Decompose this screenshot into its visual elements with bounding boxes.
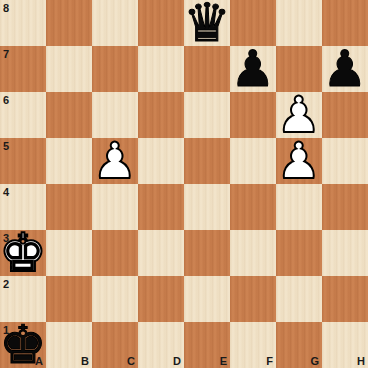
square-g4[interactable] <box>276 184 322 230</box>
square-b5[interactable] <box>46 138 92 184</box>
square-b3[interactable] <box>46 230 92 276</box>
square-h1[interactable]: H <box>322 322 368 368</box>
square-a3[interactable]: ♚3 <box>0 230 46 276</box>
square-a7[interactable]: 7 <box>0 46 46 92</box>
square-h2[interactable] <box>322 276 368 322</box>
square-f4[interactable] <box>230 184 276 230</box>
square-h6[interactable] <box>322 92 368 138</box>
square-d2[interactable] <box>138 276 184 322</box>
square-g2[interactable] <box>276 276 322 322</box>
square-a6[interactable]: 6 <box>0 92 46 138</box>
square-e1[interactable]: E <box>184 322 230 368</box>
rank-label-5: 5 <box>3 140 9 152</box>
square-g5[interactable]: ♟ <box>276 138 322 184</box>
piece-black-queen[interactable]: ♛ <box>183 0 231 46</box>
piece-white-pawn[interactable]: ♟ <box>277 138 322 184</box>
square-e3[interactable] <box>184 230 230 276</box>
square-b8[interactable] <box>46 0 92 46</box>
square-d6[interactable] <box>138 92 184 138</box>
square-e8[interactable]: ♛ <box>184 0 230 46</box>
rank-label-7: 7 <box>3 48 9 60</box>
square-f7[interactable]: ♟ <box>230 46 276 92</box>
square-h7[interactable]: ♟ <box>322 46 368 92</box>
file-label-f: F <box>266 355 273 367</box>
square-b2[interactable] <box>46 276 92 322</box>
square-c1[interactable]: C <box>92 322 138 368</box>
square-d1[interactable]: D <box>138 322 184 368</box>
square-h5[interactable] <box>322 138 368 184</box>
square-e6[interactable] <box>184 92 230 138</box>
square-g3[interactable] <box>276 230 322 276</box>
square-b1[interactable]: B <box>46 322 92 368</box>
square-b7[interactable] <box>46 46 92 92</box>
square-f6[interactable] <box>230 92 276 138</box>
file-label-b: B <box>81 355 89 367</box>
square-c2[interactable] <box>92 276 138 322</box>
square-c4[interactable] <box>92 184 138 230</box>
square-e2[interactable] <box>184 276 230 322</box>
square-d7[interactable] <box>138 46 184 92</box>
square-f2[interactable] <box>230 276 276 322</box>
square-a1[interactable]: ♚1A <box>0 322 46 368</box>
piece-black-pawn[interactable]: ♟ <box>323 46 368 92</box>
square-g8[interactable] <box>276 0 322 46</box>
square-c5[interactable]: ♟ <box>92 138 138 184</box>
piece-white-pawn[interactable]: ♟ <box>93 138 138 184</box>
piece-white-king[interactable]: ♚ <box>0 230 47 276</box>
file-label-d: D <box>173 355 181 367</box>
rank-label-4: 4 <box>3 186 9 198</box>
file-label-g: G <box>310 355 319 367</box>
square-f5[interactable] <box>230 138 276 184</box>
file-label-h: H <box>357 355 365 367</box>
square-d4[interactable] <box>138 184 184 230</box>
square-f1[interactable]: F <box>230 322 276 368</box>
square-c8[interactable] <box>92 0 138 46</box>
square-a5[interactable]: 5 <box>0 138 46 184</box>
piece-black-pawn[interactable]: ♟ <box>231 46 276 92</box>
square-b6[interactable] <box>46 92 92 138</box>
file-label-e: E <box>220 355 227 367</box>
square-e4[interactable] <box>184 184 230 230</box>
file-label-c: C <box>127 355 135 367</box>
chess-board: 8♛7♟♟6♟5♟♟4♚32♚1ABCDEFGH <box>0 0 368 368</box>
square-b4[interactable] <box>46 184 92 230</box>
rank-label-6: 6 <box>3 94 9 106</box>
square-g1[interactable]: G <box>276 322 322 368</box>
rank-label-8: 8 <box>3 2 9 14</box>
square-a8[interactable]: 8 <box>0 0 46 46</box>
square-c3[interactable] <box>92 230 138 276</box>
piece-black-king[interactable]: ♚ <box>0 322 47 368</box>
square-d8[interactable] <box>138 0 184 46</box>
square-d3[interactable] <box>138 230 184 276</box>
square-f3[interactable] <box>230 230 276 276</box>
square-c7[interactable] <box>92 46 138 92</box>
square-d5[interactable] <box>138 138 184 184</box>
square-h3[interactable] <box>322 230 368 276</box>
square-e5[interactable] <box>184 138 230 184</box>
square-h4[interactable] <box>322 184 368 230</box>
